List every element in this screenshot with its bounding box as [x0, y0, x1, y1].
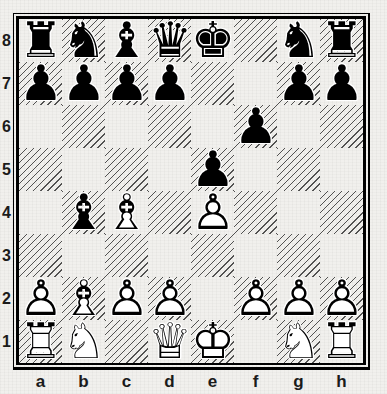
square-a2: ♟♙: [19, 277, 62, 320]
white-pawn-f2: ♟♙: [234, 277, 277, 320]
white-rook-h1: ♜♖: [320, 320, 363, 363]
white-knight-g1: ♞♘: [277, 320, 320, 363]
square-f2: ♟♙: [234, 277, 277, 320]
square-c6: [105, 105, 148, 148]
black-bishop-c8: ♝♝: [105, 19, 148, 62]
file-label-b: b: [62, 371, 105, 392]
square-d8: ♛♛: [148, 19, 191, 62]
square-a3: [19, 234, 62, 277]
file-label-d: d: [148, 371, 191, 392]
square-g2: ♟♙: [277, 277, 320, 320]
chess-diagram-page: 87654321 ♜♜♞♞♝♝♛♛♚♚♞♞♜♜♟♟♟♟♟♟♟♟♟♟♟♟♟♟♟♟♝…: [0, 0, 387, 394]
square-e2: [191, 277, 234, 320]
square-d3: [148, 234, 191, 277]
square-h1: ♜♖: [320, 320, 363, 363]
square-c5: [105, 148, 148, 191]
square-h5: [320, 148, 363, 191]
square-e3: [191, 234, 234, 277]
black-queen-d8: ♛♛: [148, 19, 191, 62]
square-b1: ♞♘: [62, 320, 105, 363]
square-a5: [19, 148, 62, 191]
black-pawn-b7: ♟♟: [62, 62, 105, 105]
black-knight-g8: ♞♞: [277, 19, 320, 62]
square-f1: [234, 320, 277, 363]
square-g5: [277, 148, 320, 191]
square-b7: ♟♟: [62, 62, 105, 105]
rank-label-2: 2: [0, 277, 13, 320]
rank-label-4: 4: [0, 191, 13, 234]
square-b5: [62, 148, 105, 191]
square-c8: ♝♝: [105, 19, 148, 62]
file-label-c: c: [105, 371, 148, 392]
square-a8: ♜♜: [19, 19, 62, 62]
square-h3: [320, 234, 363, 277]
rank-label-6: 6: [0, 105, 13, 148]
file-label-f: f: [234, 371, 277, 392]
white-king-e1: ♚♔: [191, 320, 234, 363]
square-b2: ♝♗: [62, 277, 105, 320]
square-c4: ♝♗: [105, 191, 148, 234]
square-c7: ♟♟: [105, 62, 148, 105]
rank-labels: 87654321: [0, 19, 13, 363]
white-bishop-c4: ♝♗: [105, 191, 148, 234]
black-pawn-h7: ♟♟: [320, 62, 363, 105]
square-a6: [19, 105, 62, 148]
board-grid: ♜♜♞♞♝♝♛♛♚♚♞♞♜♜♟♟♟♟♟♟♟♟♟♟♟♟♟♟♟♟♝♝♝♗♟♙♟♙♝♗…: [19, 19, 363, 363]
square-h7: ♟♟: [320, 62, 363, 105]
square-g8: ♞♞: [277, 19, 320, 62]
square-g3: [277, 234, 320, 277]
square-d6: [148, 105, 191, 148]
square-f8: [234, 19, 277, 62]
square-f6: ♟♟: [234, 105, 277, 148]
white-pawn-g2: ♟♙: [277, 277, 320, 320]
square-b6: [62, 105, 105, 148]
white-pawn-a2: ♟♙: [19, 277, 62, 320]
square-d5: [148, 148, 191, 191]
white-pawn-e4: ♟♙: [191, 191, 234, 234]
square-c2: ♟♙: [105, 277, 148, 320]
file-label-a: a: [19, 371, 62, 392]
square-e6: [191, 105, 234, 148]
file-label-e: e: [191, 371, 234, 392]
rank-label-1: 1: [0, 320, 13, 363]
square-f3: [234, 234, 277, 277]
white-queen-d1: ♛♕: [148, 320, 191, 363]
square-e5: ♟♟: [191, 148, 234, 191]
file-labels: abcdefgh: [19, 371, 363, 392]
square-e1: ♚♔: [191, 320, 234, 363]
black-pawn-c7: ♟♟: [105, 62, 148, 105]
black-king-e8: ♚♚: [191, 19, 234, 62]
square-d2: ♟♙: [148, 277, 191, 320]
rank-label-5: 5: [0, 148, 13, 191]
square-c1: [105, 320, 148, 363]
white-knight-b1: ♞♘: [62, 320, 105, 363]
square-h6: [320, 105, 363, 148]
square-a7: ♟♟: [19, 62, 62, 105]
square-f4: [234, 191, 277, 234]
black-pawn-d7: ♟♟: [148, 62, 191, 105]
black-rook-a8: ♜♜: [19, 19, 62, 62]
square-g4: [277, 191, 320, 234]
rank-label-8: 8: [0, 19, 13, 62]
white-pawn-h2: ♟♙: [320, 277, 363, 320]
square-b8: ♞♞: [62, 19, 105, 62]
square-c3: [105, 234, 148, 277]
square-h2: ♟♙: [320, 277, 363, 320]
square-a4: [19, 191, 62, 234]
square-e8: ♚♚: [191, 19, 234, 62]
rank-label-7: 7: [0, 62, 13, 105]
file-label-g: g: [277, 371, 320, 392]
black-pawn-g7: ♟♟: [277, 62, 320, 105]
square-h4: [320, 191, 363, 234]
square-f7: [234, 62, 277, 105]
board-border: ♜♜♞♞♝♝♛♛♚♚♞♞♜♜♟♟♟♟♟♟♟♟♟♟♟♟♟♟♟♟♝♝♝♗♟♙♟♙♝♗…: [16, 16, 366, 365]
white-rook-a1: ♜♖: [19, 320, 62, 363]
black-pawn-a7: ♟♟: [19, 62, 62, 105]
square-g6: [277, 105, 320, 148]
white-pawn-d2: ♟♙: [148, 277, 191, 320]
black-rook-h8: ♜♜: [320, 19, 363, 62]
square-a1: ♜♖: [19, 320, 62, 363]
white-bishop-b2: ♝♗: [62, 277, 105, 320]
rank-label-3: 3: [0, 234, 13, 277]
square-d1: ♛♕: [148, 320, 191, 363]
file-label-h: h: [320, 371, 363, 392]
square-g1: ♞♘: [277, 320, 320, 363]
square-h8: ♜♜: [320, 19, 363, 62]
square-d4: [148, 191, 191, 234]
black-knight-b8: ♞♞: [62, 19, 105, 62]
square-e7: [191, 62, 234, 105]
square-b3: [62, 234, 105, 277]
black-pawn-e5: ♟♟: [191, 148, 234, 191]
square-e4: ♟♙: [191, 191, 234, 234]
white-pawn-c2: ♟♙: [105, 277, 148, 320]
chess-board: ♜♜♞♞♝♝♛♛♚♚♞♞♜♜♟♟♟♟♟♟♟♟♟♟♟♟♟♟♟♟♝♝♝♗♟♙♟♙♝♗…: [13, 13, 370, 370]
black-pawn-f6: ♟♟: [234, 105, 277, 148]
square-f5: [234, 148, 277, 191]
square-g7: ♟♟: [277, 62, 320, 105]
square-d7: ♟♟: [148, 62, 191, 105]
black-bishop-b4: ♝♝: [62, 191, 105, 234]
square-b4: ♝♝: [62, 191, 105, 234]
